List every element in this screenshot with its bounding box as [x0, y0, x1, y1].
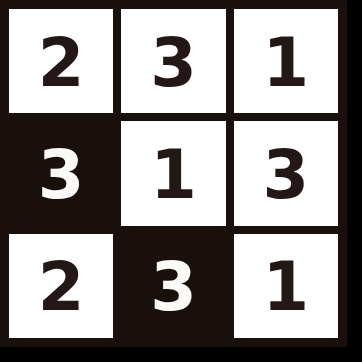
cell-r3c3[interactable]: 1 — [234, 234, 338, 338]
cell-r1c1[interactable]: 2 — [9, 9, 113, 113]
cell-r2c2[interactable]: 1 — [121, 121, 225, 225]
cell-r3c1[interactable]: 2 — [9, 234, 113, 338]
cell-r2c1[interactable]: 3 — [9, 121, 113, 225]
cell-r1c2[interactable]: 3 — [121, 9, 225, 113]
cell-r1c3[interactable]: 1 — [234, 9, 338, 113]
hitori-board: 2 3 1 3 1 3 2 3 1 — [0, 0, 347, 347]
cell-r3c2[interactable]: 3 — [121, 234, 225, 338]
cell-r2c3[interactable]: 3 — [234, 121, 338, 225]
